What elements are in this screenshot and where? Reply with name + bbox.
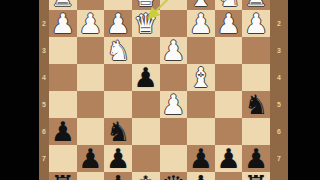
white-bishop-c1: ♝: [189, 0, 213, 10]
square-a1: ♜: [242, 0, 270, 10]
square-b5: [215, 91, 243, 118]
black-queen-d8: ♛: [161, 172, 185, 180]
black-knight-f6: ♞: [106, 118, 130, 145]
square-b1: ♞: [215, 0, 243, 10]
black-rook-a8: ♜: [244, 172, 268, 180]
square-e8: ♚: [132, 172, 160, 180]
square-h8: ♜: [49, 172, 77, 180]
white-queen-e2: ♛: [134, 10, 158, 37]
rank-label-7-left: 7: [39, 145, 49, 172]
square-c5: [187, 91, 215, 118]
square-d6: [160, 118, 188, 145]
square-h1: ♜: [49, 0, 77, 10]
square-d1: [160, 0, 188, 10]
rank-label-6-left: 6: [39, 118, 49, 145]
square-h3: [49, 37, 77, 64]
square-a5: ♞: [242, 91, 270, 118]
rank-label-1-left: 1: [39, 0, 49, 10]
square-e7: [132, 145, 160, 172]
square-f1: [104, 0, 132, 10]
black-bishop-f8: ♝: [106, 172, 130, 180]
black-pawn-f7: ♟: [106, 145, 130, 172]
square-c2: ♟: [187, 10, 215, 37]
square-e2: ♛: [132, 10, 160, 37]
white-pawn-b2: ♟: [216, 10, 240, 37]
square-e5: [132, 91, 160, 118]
square-c3: [187, 37, 215, 64]
square-g3: [77, 37, 105, 64]
square-d7: [160, 145, 188, 172]
square-e6: [132, 118, 160, 145]
rank-label-2-left: 2: [39, 10, 49, 37]
square-g5: [77, 91, 105, 118]
black-pawn-g7: ♟: [78, 145, 102, 172]
square-b4: [215, 64, 243, 91]
rank-label-4-right: 4: [270, 64, 288, 91]
rank-label-2-right: 2: [270, 10, 288, 37]
square-c8: ♝: [187, 172, 215, 180]
square-f3: ♞: [104, 37, 132, 64]
rank-label-3-left: 3: [39, 37, 49, 64]
white-pawn-f2: ♟: [106, 10, 130, 37]
white-pawn-c2: ♟: [189, 10, 213, 37]
square-c6: [187, 118, 215, 145]
square-c4: ♝: [187, 64, 215, 91]
square-c1: ♝: [187, 0, 215, 10]
square-a2: ♟: [242, 10, 270, 37]
white-pawn-g2: ♟: [78, 10, 102, 37]
square-e4: ♟: [132, 64, 160, 91]
rank-coordinates-left: 12345678: [39, 0, 49, 180]
square-e3: [132, 37, 160, 64]
square-g7: ♟: [77, 145, 105, 172]
square-g2: ♟: [77, 10, 105, 37]
white-pawn-a2: ♟: [244, 10, 268, 37]
black-pawn-a7: ♟: [244, 145, 268, 172]
square-d5: ♟: [160, 91, 188, 118]
rank-label-7-right: 7: [270, 145, 288, 172]
square-d4: [160, 64, 188, 91]
white-pawn-d3: ♟: [161, 37, 185, 64]
square-d3: ♟: [160, 37, 188, 64]
square-g1: [77, 0, 105, 10]
square-f2: ♟: [104, 10, 132, 37]
rank-label-1-right: 1: [270, 0, 288, 10]
white-rook-a1: ♜: [244, 0, 268, 10]
square-b7: ♟: [215, 145, 243, 172]
square-h5: [49, 91, 77, 118]
square-b3: [215, 37, 243, 64]
rank-label-5-left: 5: [39, 91, 49, 118]
white-bishop-c4: ♝: [189, 64, 213, 91]
square-a3: [242, 37, 270, 64]
black-rook-h8: ♜: [51, 172, 75, 180]
black-pawn-h6: ♟: [51, 118, 75, 145]
rank-label-4-left: 4: [39, 64, 49, 91]
letterbox-right: [288, 0, 320, 180]
square-f7: ♟: [104, 145, 132, 172]
rank-label-3-right: 3: [270, 37, 288, 64]
black-bishop-c8: ♝: [189, 172, 213, 180]
white-knight-f3: ♞: [106, 37, 130, 64]
square-g8: [77, 172, 105, 180]
square-b2: ♟: [215, 10, 243, 37]
square-b8: [215, 172, 243, 180]
square-f5: [104, 91, 132, 118]
rank-label-5-right: 5: [270, 91, 288, 118]
black-pawn-e4: ♟: [134, 64, 158, 91]
white-king-e1: ♚: [134, 0, 158, 10]
square-e1: ♚: [132, 0, 160, 10]
black-knight-a5: ♞: [244, 91, 268, 118]
square-a4: [242, 64, 270, 91]
square-f4: [104, 64, 132, 91]
square-h7: [49, 145, 77, 172]
square-a7: ♟: [242, 145, 270, 172]
square-f8: ♝: [104, 172, 132, 180]
square-a8: ♜: [242, 172, 270, 180]
black-pawn-c7: ♟: [189, 145, 213, 172]
square-g4: [77, 64, 105, 91]
white-knight-b1: ♞: [216, 0, 240, 10]
white-rook-h1: ♜: [51, 0, 75, 10]
white-pawn-h2: ♟: [51, 10, 75, 37]
square-g6: [77, 118, 105, 145]
square-a6: [242, 118, 270, 145]
square-c7: ♟: [187, 145, 215, 172]
square-d8: ♛: [160, 172, 188, 180]
board-frame: 12345678 12345678 ♜♚♝♞♜♟♟♟♛♟♟♟♞♟♟♝♟♞♟♞♟♟…: [39, 0, 288, 180]
letterbox-left: [0, 0, 39, 180]
black-king-e8: ♚: [134, 172, 158, 180]
square-h4: [49, 64, 77, 91]
square-f6: ♞: [104, 118, 132, 145]
square-h6: ♟: [49, 118, 77, 145]
rank-label-8-right: 8: [270, 172, 288, 180]
rank-coordinates-right: 12345678: [270, 0, 288, 180]
white-pawn-d5: ♟: [161, 91, 185, 118]
black-pawn-b7: ♟: [216, 145, 240, 172]
rank-label-8-left: 8: [39, 172, 49, 180]
square-b6: [215, 118, 243, 145]
rank-label-6-right: 6: [270, 118, 288, 145]
chess-board: ♜♚♝♞♜♟♟♟♛♟♟♟♞♟♟♝♟♞♟♞♟♟♟♟♟♜♝♚♛♝♜: [49, 0, 270, 180]
square-d2: [160, 10, 188, 37]
square-h2: ♟: [49, 10, 77, 37]
